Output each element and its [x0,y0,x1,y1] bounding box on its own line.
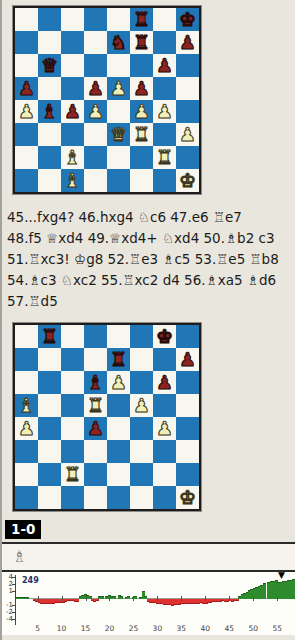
square-c7[interactable] [61,31,84,54]
eval-bar[interactable] [127,596,130,599]
square-a3[interactable] [15,440,38,463]
square-g3[interactable] [153,123,176,146]
white-pawn: ♟ [156,417,173,440]
square-d8[interactable] [84,8,107,31]
square-h6[interactable] [176,54,199,77]
black-pawn: ♟ [64,100,81,123]
square-e6[interactable]: ♟ [107,371,130,394]
y-axis-tick [12,591,15,592]
square-b6[interactable] [38,371,61,394]
black-pawn: ♟ [156,54,173,77]
white-pawn: ♟ [110,77,127,100]
square-g6[interactable]: ♟ [153,371,176,394]
white-bishop: ♝ [64,146,81,169]
y-axis-tick [12,577,15,578]
white-pawn: ♟ [133,394,150,417]
square-e7[interactable]: ♜ [107,348,130,371]
black-bishop: ♝ [41,100,58,123]
square-a8[interactable] [15,325,38,348]
white-king: ♚ [179,169,196,192]
current-move-marker[interactable]: ▼ [278,570,285,580]
y-axis-tick [12,605,15,606]
white-pawn: ♟ [110,371,127,394]
square-b4[interactable] [38,417,61,440]
square-b7[interactable] [38,348,61,371]
square-h7[interactable]: ♟ [176,31,199,54]
eval-bar[interactable] [263,583,266,599]
square-h2[interactable] [176,146,199,169]
square-h1[interactable]: ♚ [176,169,199,192]
square-e8[interactable] [107,8,130,31]
square-h3[interactable] [176,440,199,463]
graph-toolbar: ♗ [2,544,295,570]
bishop-icon[interactable]: ♗ [12,549,26,565]
square-a1[interactable] [15,169,38,192]
square-a6[interactable] [15,54,38,77]
x-axis-tick [253,596,254,601]
white-rook: ♜ [64,463,81,486]
square-g4[interactable]: ♟ [153,100,176,123]
square-d7[interactable] [84,31,107,54]
square-e2[interactable] [107,146,130,169]
move-line[interactable]: 51.♖xc3! ♔g8 52.♖e3 ♗c5 53.♖e5 ♖b8 [7,249,291,270]
square-g7[interactable] [153,31,176,54]
square-a5[interactable]: ♝ [15,394,38,417]
black-rook: ♜ [133,31,150,54]
evaluation-graph[interactable]: 249 ▼ 421-1-2-4510152025303540455055 [2,572,295,635]
eval-bar[interactable] [120,596,123,599]
square-e6[interactable] [107,54,130,77]
x-axis-tick [277,596,278,601]
square-c3[interactable] [61,440,84,463]
white-rook: ♜ [87,394,104,417]
square-e7[interactable]: ♞ [107,31,130,54]
square-g1[interactable] [153,486,176,509]
square-h3[interactable]: ♟ [176,123,199,146]
x-axis-label: 20 [102,625,116,633]
square-g5[interactable] [153,394,176,417]
y-axis-tick [12,619,15,620]
y-axis-tick [12,584,15,585]
square-c4[interactable]: ♟ [61,100,84,123]
x-axis-tick [62,596,63,601]
square-b3[interactable] [38,440,61,463]
square-c6[interactable] [61,371,84,394]
black-knight: ♞ [110,31,127,54]
square-g8[interactable] [153,8,176,31]
black-pawn: ♟ [156,371,173,394]
black-pawn: ♟ [87,417,104,440]
square-f3[interactable]: ♜ [130,123,153,146]
x-axis-label: 40 [198,625,212,633]
square-c2[interactable]: ♜ [61,463,84,486]
square-e4[interactable] [107,100,130,123]
square-e5[interactable]: ♟ [107,77,130,100]
square-g6[interactable]: ♟ [153,54,176,77]
square-g7[interactable] [153,348,176,371]
square-c5[interactable] [61,394,84,417]
square-f3[interactable] [130,440,153,463]
square-h5[interactable] [176,394,199,417]
move-line[interactable]: 48.f5 ♕xd4 49.♕xd4+ ♘xd4 50.♗b2 c3 [7,228,291,249]
square-d7[interactable] [84,348,107,371]
x-axis-tick [109,596,110,601]
square-f2[interactable] [130,146,153,169]
black-bishop: ♝ [87,371,104,394]
eval-bar[interactable] [236,599,239,601]
x-axis-label: 5 [31,625,45,633]
square-e3[interactable]: ♛ [107,123,130,146]
black-pawn: ♟ [133,77,150,100]
square-a6[interactable] [15,371,38,394]
square-e8[interactable] [107,325,130,348]
move-line[interactable]: 57.♖d5 [7,291,291,312]
square-c5[interactable] [61,77,84,100]
white-bishop: ♝ [64,169,81,192]
square-g5[interactable] [153,77,176,100]
square-e2[interactable] [107,463,130,486]
square-c1[interactable] [61,486,84,509]
square-h6[interactable] [176,371,199,394]
square-f7[interactable]: ♜ [130,31,153,54]
square-d2[interactable] [84,146,107,169]
x-axis-label: 55 [270,625,284,633]
square-d4[interactable]: ♟ [84,100,107,123]
eval-bar[interactable] [96,599,99,601]
square-f1[interactable] [130,169,153,192]
square-d1[interactable] [84,169,107,192]
square-f6[interactable] [130,54,153,77]
black-rook: ♜ [133,8,150,31]
graph-annotation: 249 [22,576,39,585]
x-axis-tick [181,596,182,601]
square-e3[interactable] [107,440,130,463]
square-g2[interactable]: ♜ [153,146,176,169]
y-axis [15,575,16,625]
square-c7[interactable] [61,348,84,371]
square-f1[interactable] [130,486,153,509]
square-d5[interactable]: ♜ [84,394,107,417]
square-b2[interactable] [38,463,61,486]
white-pawn: ♟ [133,100,150,123]
square-e4[interactable] [107,417,130,440]
square-c6[interactable] [61,54,84,77]
square-b8[interactable] [38,8,61,31]
square-a7[interactable] [15,31,38,54]
square-h8[interactable]: ♚ [176,8,199,31]
square-d3[interactable] [84,123,107,146]
black-rook: ♜ [41,325,58,348]
eval-bar[interactable] [134,596,137,599]
game-analysis-page: ♜♚♞♜♟♛♟♟♟♟♟♟♝♟♟♟♟♛♜♟♝♜♝♚ 45...fxg4? 46.h… [0,0,295,640]
square-c2[interactable]: ♝ [61,146,84,169]
square-h4[interactable] [176,417,199,440]
black-king: ♚ [156,325,173,348]
white-pawn: ♟ [18,417,35,440]
black-pawn: ♟ [179,31,196,54]
chess-board-after[interactable]: ♜♚♜♟♝♟♟♝♜♟♟♟♟♜♚ [13,323,201,511]
square-a2[interactable] [15,463,38,486]
black-pawn: ♟ [87,77,104,100]
eval-bar[interactable] [76,599,79,602]
square-b4[interactable]: ♝ [38,100,61,123]
eval-bar[interactable] [292,579,295,599]
x-axis-label: 10 [55,625,69,633]
square-c8[interactable] [61,325,84,348]
square-e5[interactable] [107,394,130,417]
white-rook: ♜ [133,123,150,146]
square-f4[interactable]: ♟ [130,100,153,123]
square-f5[interactable]: ♟ [130,394,153,417]
white-pawn: ♟ [18,100,35,123]
black-king: ♚ [179,8,196,31]
square-f6[interactable] [130,371,153,394]
square-h4[interactable] [176,100,199,123]
square-e1[interactable] [107,486,130,509]
square-a4[interactable]: ♟ [15,417,38,440]
square-d2[interactable] [84,463,107,486]
square-h1[interactable]: ♚ [176,486,199,509]
white-rook: ♜ [156,146,173,169]
square-e1[interactable] [107,169,130,192]
square-b5[interactable] [38,394,61,417]
eval-bar[interactable] [26,597,29,599]
square-b5[interactable] [38,77,61,100]
square-h7[interactable]: ♟ [176,348,199,371]
x-axis-tick [86,596,87,601]
result-badge: 1-0 [5,520,41,539]
square-a8[interactable] [15,8,38,31]
white-king: ♚ [179,486,196,509]
square-a5[interactable]: ♟ [15,77,38,100]
square-a1[interactable] [15,486,38,509]
chess-board-before[interactable]: ♜♚♞♜♟♛♟♟♟♟♟♟♝♟♟♟♟♛♜♟♝♜♝♚ [13,6,201,194]
x-axis-tick [229,596,230,601]
x-axis-label: 30 [150,625,164,633]
square-c8[interactable] [61,8,84,31]
x-axis-tick [38,596,39,601]
square-a3[interactable] [15,123,38,146]
white-bishop: ♝ [18,394,35,417]
x-axis-label: 45 [222,625,236,633]
x-axis-label: 35 [174,625,188,633]
y-axis-tick [12,612,15,613]
eval-bar[interactable] [101,596,104,599]
x-axis-tick [133,596,134,601]
square-h5[interactable] [176,77,199,100]
square-f2[interactable] [130,463,153,486]
square-b6[interactable]: ♛ [38,54,61,77]
white-pawn: ♟ [179,123,196,146]
square-d8[interactable] [84,325,107,348]
square-g8[interactable]: ♚ [153,325,176,348]
black-pawn: ♟ [179,348,196,371]
square-a2[interactable] [15,146,38,169]
square-d5[interactable]: ♟ [84,77,107,100]
square-d6[interactable] [84,54,107,77]
square-g2[interactable] [153,463,176,486]
square-h2[interactable] [176,463,199,486]
square-f8[interactable]: ♜ [130,8,153,31]
white-pawn: ♟ [87,100,104,123]
x-axis-tick [157,596,158,601]
square-d6[interactable]: ♝ [84,371,107,394]
square-b1[interactable] [38,486,61,509]
square-g1[interactable] [153,169,176,192]
move-line[interactable]: 54.♗c3 ♘xc2 55.♖xc2 d4 56.♗xa5 ♗d6 [7,270,291,291]
black-queen: ♛ [41,54,58,77]
square-b3[interactable] [38,123,61,146]
square-b8[interactable]: ♜ [38,325,61,348]
square-h8[interactable] [176,325,199,348]
x-axis-label: 15 [79,625,93,633]
x-axis-label: 25 [126,625,140,633]
white-queen: ♛ [110,123,127,146]
square-d3[interactable] [84,440,107,463]
square-g3[interactable] [153,440,176,463]
square-f7[interactable] [130,348,153,371]
square-d4[interactable]: ♟ [84,417,107,440]
square-b2[interactable] [38,146,61,169]
square-c4[interactable] [61,417,84,440]
square-a7[interactable] [15,348,38,371]
square-g4[interactable]: ♟ [153,417,176,440]
square-c1[interactable]: ♝ [61,169,84,192]
square-d1[interactable] [84,486,107,509]
white-pawn: ♟ [156,100,173,123]
move-line[interactable]: 45...fxg4? 46.hxg4 ♘c6 47.e6 ♖e7 [7,207,291,228]
square-f5[interactable]: ♟ [130,77,153,100]
square-c3[interactable] [61,123,84,146]
square-b1[interactable] [38,169,61,192]
x-axis-label: 50 [246,625,260,633]
move-list[interactable]: 45...fxg4? 46.hxg4 ♘c6 47.e6 ♖e7 48.f5 ♕… [2,194,295,312]
eval-bar[interactable] [113,596,116,599]
square-f4[interactable] [130,417,153,440]
square-f8[interactable] [130,325,153,348]
black-pawn: ♟ [18,77,35,100]
black-rook: ♜ [110,348,127,371]
square-a4[interactable]: ♟ [15,100,38,123]
x-axis-tick [205,596,206,601]
square-b7[interactable] [38,31,61,54]
